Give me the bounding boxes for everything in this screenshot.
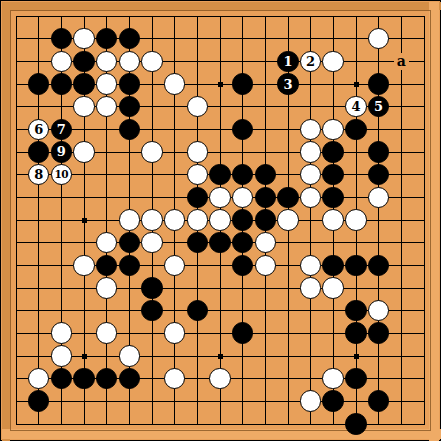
stone-black xyxy=(322,390,344,412)
stone-white xyxy=(300,277,322,299)
stone-black xyxy=(119,368,141,390)
stone-black xyxy=(345,368,367,390)
stone-white xyxy=(51,51,73,73)
stone-black xyxy=(345,413,367,435)
stone-white xyxy=(209,209,231,231)
stone-black xyxy=(141,277,163,299)
stone-white xyxy=(300,141,322,163)
stone-black xyxy=(96,28,118,50)
stone-white xyxy=(73,255,95,277)
stone-black xyxy=(73,73,95,95)
stone-black xyxy=(119,119,141,141)
stone-black xyxy=(28,141,50,163)
stone-black xyxy=(209,232,231,254)
stone-black xyxy=(141,300,163,322)
stone-white xyxy=(322,51,344,73)
stone-white xyxy=(96,232,118,254)
stone-black xyxy=(51,368,73,390)
stone-white xyxy=(164,209,186,231)
intersection-grid[interactable]: 12345679810a xyxy=(5,5,436,436)
stone-white-move-10: 10 xyxy=(51,164,73,186)
stone-white xyxy=(322,368,344,390)
stone-white xyxy=(73,96,95,118)
stone-black xyxy=(119,73,141,95)
stone-white xyxy=(141,141,163,163)
stone-black xyxy=(368,164,390,186)
stone-white xyxy=(28,368,50,390)
stone-black xyxy=(368,141,390,163)
stone-white xyxy=(322,209,344,231)
stone-white xyxy=(164,322,186,344)
stone-white xyxy=(300,164,322,186)
stone-white xyxy=(300,255,322,277)
stone-black xyxy=(28,73,50,95)
stone-black xyxy=(345,300,367,322)
stone-white xyxy=(141,51,163,73)
stone-black xyxy=(322,141,344,163)
stone-black xyxy=(28,390,50,412)
stone-black xyxy=(345,255,367,277)
stone-black xyxy=(232,232,254,254)
stone-black xyxy=(255,209,277,231)
stone-black xyxy=(187,187,209,209)
stone-white xyxy=(232,187,254,209)
go-board[interactable]: 12345679810a xyxy=(0,0,441,441)
stone-white-move-4: 4 xyxy=(345,96,367,118)
stone-white xyxy=(164,368,186,390)
stone-black xyxy=(209,164,231,186)
stone-white-move-6: 6 xyxy=(28,119,50,141)
stone-black xyxy=(368,390,390,412)
stone-black xyxy=(232,322,254,344)
stone-black xyxy=(232,209,254,231)
stone-black xyxy=(322,164,344,186)
stone-white xyxy=(119,51,141,73)
stone-black xyxy=(277,187,299,209)
stone-white xyxy=(277,209,299,231)
stone-black xyxy=(232,164,254,186)
stone-white xyxy=(141,232,163,254)
stone-white xyxy=(368,28,390,50)
stone-white xyxy=(96,96,118,118)
stone-black xyxy=(368,73,390,95)
stone-white xyxy=(368,300,390,322)
stone-black-move-5: 5 xyxy=(368,96,390,118)
stone-black xyxy=(232,119,254,141)
stone-white xyxy=(119,345,141,367)
stone-black xyxy=(96,255,118,277)
go-diagram: 12345679810a xyxy=(0,0,441,441)
stone-white xyxy=(96,277,118,299)
stone-white xyxy=(51,345,73,367)
stone-white xyxy=(300,390,322,412)
stone-white xyxy=(322,119,344,141)
stone-white xyxy=(255,232,277,254)
stone-black xyxy=(119,28,141,50)
stone-black xyxy=(368,255,390,277)
stone-white xyxy=(119,209,141,231)
stone-white xyxy=(209,187,231,209)
stone-black-move-9: 9 xyxy=(51,141,73,163)
stone-black-move-3: 3 xyxy=(277,73,299,95)
stone-black xyxy=(232,73,254,95)
stone-white xyxy=(187,141,209,163)
stone-white xyxy=(300,187,322,209)
stone-black xyxy=(187,232,209,254)
stone-black xyxy=(187,300,209,322)
stone-white xyxy=(164,255,186,277)
stone-black xyxy=(73,51,95,73)
stone-black xyxy=(51,73,73,95)
stone-black xyxy=(255,164,277,186)
stone-black xyxy=(322,187,344,209)
stone-white xyxy=(345,209,367,231)
stone-black xyxy=(368,322,390,344)
stone-black xyxy=(119,255,141,277)
stone-black xyxy=(119,232,141,254)
stone-white xyxy=(187,96,209,118)
stone-white xyxy=(96,73,118,95)
stone-white xyxy=(73,28,95,50)
stone-white xyxy=(187,209,209,231)
stone-white xyxy=(368,187,390,209)
stone-white xyxy=(96,322,118,344)
stone-black xyxy=(345,119,367,141)
stone-black xyxy=(345,322,367,344)
stone-white xyxy=(255,255,277,277)
stone-black xyxy=(232,255,254,277)
stone-white-move-2: 2 xyxy=(300,51,322,73)
stone-white xyxy=(96,51,118,73)
stone-black xyxy=(73,368,95,390)
stone-white xyxy=(141,209,163,231)
stone-white xyxy=(209,368,231,390)
stone-white xyxy=(164,73,186,95)
stone-black-move-7: 7 xyxy=(51,119,73,141)
stone-white xyxy=(322,277,344,299)
stone-black xyxy=(322,255,344,277)
stone-white xyxy=(187,164,209,186)
stone-black xyxy=(255,187,277,209)
stone-black xyxy=(119,96,141,118)
stone-white xyxy=(51,322,73,344)
stone-black xyxy=(51,28,73,50)
stone-black xyxy=(96,368,118,390)
stone-white xyxy=(300,119,322,141)
point-label-a[interactable]: a xyxy=(394,53,409,70)
stone-black-move-1: 1 xyxy=(277,51,299,73)
stone-white xyxy=(73,141,95,163)
stone-white-move-8: 8 xyxy=(28,164,50,186)
